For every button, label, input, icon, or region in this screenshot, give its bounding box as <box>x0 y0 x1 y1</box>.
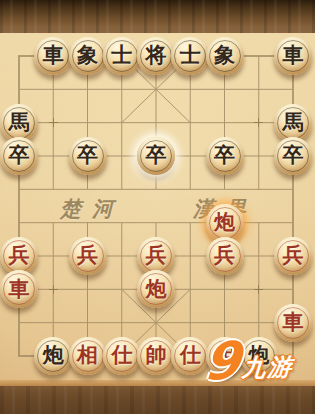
piece-glyph: 兵 <box>274 237 312 275</box>
piece-red-cannon[interactable]: 炮 <box>206 204 244 242</box>
piece-black-pawn[interactable]: 卒 <box>274 137 312 175</box>
piece-red-rook[interactable]: 車 <box>274 304 312 342</box>
piece-black-cannon[interactable]: 炮 <box>34 337 72 375</box>
piece-glyph: 炮 <box>240 337 278 375</box>
piece-red-pawn[interactable]: 兵 <box>69 237 107 275</box>
piece-glyph: 卒 <box>137 137 175 175</box>
piece-glyph: 兵 <box>137 237 175 275</box>
piece-glyph: 車 <box>0 270 38 308</box>
piece-red-pawn[interactable]: 兵 <box>0 237 38 275</box>
piece-glyph: 象 <box>69 37 107 75</box>
xiangqi-app-screen: 楚河 漢界 車象士将士象車馬馬卒卒卒卒卒炮兵兵兵兵兵車炮車炮相仕帥仕相炮 9 九… <box>0 0 315 414</box>
piece-black-pawn[interactable]: 卒 <box>0 137 38 175</box>
piece-glyph: 卒 <box>274 137 312 175</box>
piece-glyph: 兵 <box>0 237 38 275</box>
piece-red-advisor[interactable]: 仕 <box>171 337 209 375</box>
piece-red-elephant[interactable]: 相 <box>206 337 244 375</box>
piece-red-cannon[interactable]: 炮 <box>137 270 175 308</box>
piece-black-pawn[interactable]: 卒 <box>206 137 244 175</box>
piece-black-advisor[interactable]: 士 <box>103 37 141 75</box>
piece-black-advisor[interactable]: 士 <box>171 37 209 75</box>
piece-layer[interactable]: 車象士将士象車馬馬卒卒卒卒卒炮兵兵兵兵兵車炮車炮相仕帥仕相炮 <box>2 39 310 372</box>
piece-black-general[interactable]: 将 <box>137 37 175 75</box>
piece-glyph: 仕 <box>171 337 209 375</box>
piece-red-elephant[interactable]: 相 <box>69 337 107 375</box>
piece-glyph: 馬 <box>274 104 312 142</box>
piece-black-pawn[interactable]: 卒 <box>69 137 107 175</box>
piece-glyph: 炮 <box>137 270 175 308</box>
piece-glyph: 馬 <box>0 104 38 142</box>
piece-glyph: 炮 <box>34 337 72 375</box>
piece-red-advisor[interactable]: 仕 <box>103 337 141 375</box>
piece-glyph: 炮 <box>206 204 244 242</box>
piece-glyph: 兵 <box>69 237 107 275</box>
piece-black-cannon[interactable]: 炮 <box>240 337 278 375</box>
piece-glyph: 仕 <box>103 337 141 375</box>
piece-glyph: 士 <box>103 37 141 75</box>
piece-red-general[interactable]: 帥 <box>137 337 175 375</box>
piece-glyph: 相 <box>69 337 107 375</box>
piece-glyph: 兵 <box>206 237 244 275</box>
piece-black-rook[interactable]: 車 <box>34 37 72 75</box>
piece-glyph: 車 <box>274 37 312 75</box>
piece-glyph: 卒 <box>69 137 107 175</box>
piece-glyph: 象 <box>206 37 244 75</box>
piece-black-elephant[interactable]: 象 <box>206 37 244 75</box>
piece-red-pawn[interactable]: 兵 <box>137 237 175 275</box>
piece-glyph: 帥 <box>137 337 175 375</box>
piece-black-pawn[interactable]: 卒 <box>137 137 175 175</box>
piece-red-pawn[interactable]: 兵 <box>206 237 244 275</box>
piece-black-horse[interactable]: 馬 <box>274 104 312 142</box>
piece-glyph: 士 <box>171 37 209 75</box>
piece-black-rook[interactable]: 車 <box>274 37 312 75</box>
piece-glyph: 将 <box>137 37 175 75</box>
piece-glyph: 車 <box>274 304 312 342</box>
piece-glyph: 卒 <box>0 137 38 175</box>
piece-glyph: 卒 <box>206 137 244 175</box>
piece-glyph: 車 <box>34 37 72 75</box>
piece-black-horse[interactable]: 馬 <box>0 104 38 142</box>
piece-red-rook[interactable]: 車 <box>0 270 38 308</box>
piece-glyph: 相 <box>206 337 244 375</box>
piece-red-pawn[interactable]: 兵 <box>274 237 312 275</box>
piece-black-elephant[interactable]: 象 <box>69 37 107 75</box>
